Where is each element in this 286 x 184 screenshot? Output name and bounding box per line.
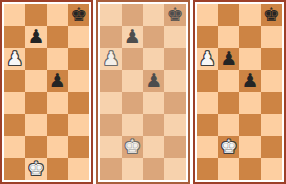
black-king: ♚: [166, 5, 183, 24]
black-pawn: ♟: [220, 49, 237, 68]
square-a8: [4, 4, 25, 26]
square-b1: [218, 158, 239, 180]
square-b7: ♟: [122, 26, 143, 48]
square-a2: [197, 136, 218, 158]
square-d7: [164, 26, 185, 48]
white-pawn: ♟: [102, 49, 119, 68]
white-king: ♚: [220, 137, 237, 156]
square-c2: [47, 136, 68, 158]
square-a5: [100, 70, 121, 92]
square-c8: [47, 4, 68, 26]
square-c6: [47, 48, 68, 70]
square-b2: ♚: [218, 136, 239, 158]
square-a5: [197, 70, 218, 92]
square-d5: [68, 70, 89, 92]
square-a2: [100, 136, 121, 158]
square-d5: [164, 70, 185, 92]
board-panel-3: ♚♟♟♟♚: [193, 0, 286, 184]
square-d6: [164, 48, 185, 70]
square-a7: [197, 26, 218, 48]
square-b1: ♚: [25, 158, 46, 180]
square-d4: [164, 92, 185, 114]
board-panel-2: ♚♟♟♟♚: [96, 0, 189, 184]
square-a4: [4, 92, 25, 114]
square-d2: [261, 136, 282, 158]
square-c6: [143, 48, 164, 70]
square-c1: [239, 158, 260, 180]
square-c5: ♟: [239, 70, 260, 92]
square-b7: ♟: [25, 26, 46, 48]
square-a6: ♟: [100, 48, 121, 70]
square-c2: [239, 136, 260, 158]
square-b6: [25, 48, 46, 70]
square-c8: [239, 4, 260, 26]
square-c2: [143, 136, 164, 158]
square-b4: [218, 92, 239, 114]
square-c4: [239, 92, 260, 114]
square-c6: [239, 48, 260, 70]
square-a3: [4, 114, 25, 136]
white-king: ♚: [27, 159, 44, 178]
white-pawn: ♟: [199, 49, 216, 68]
square-d2: [164, 136, 185, 158]
black-pawn: ♟: [124, 27, 141, 46]
square-b1: [122, 158, 143, 180]
square-c4: [47, 92, 68, 114]
square-c4: [143, 92, 164, 114]
square-b4: [25, 92, 46, 114]
square-d1: [68, 158, 89, 180]
square-b7: [218, 26, 239, 48]
square-a1: [100, 158, 121, 180]
chess-board-3: ♚♟♟♟♚: [197, 4, 282, 180]
square-b8: [25, 4, 46, 26]
black-pawn: ♟: [49, 71, 66, 90]
square-c7: [143, 26, 164, 48]
square-b8: [218, 4, 239, 26]
square-d7: [68, 26, 89, 48]
square-d6: [261, 48, 282, 70]
black-pawn: ♟: [27, 27, 44, 46]
square-a8: [197, 4, 218, 26]
square-b5: [25, 70, 46, 92]
square-b4: [122, 92, 143, 114]
square-c8: [143, 4, 164, 26]
square-d5: [261, 70, 282, 92]
square-c1: [143, 158, 164, 180]
square-a8: [100, 4, 121, 26]
square-a4: [100, 92, 121, 114]
square-c3: [239, 114, 260, 136]
square-c1: [47, 158, 68, 180]
white-pawn: ♟: [6, 49, 23, 68]
square-d3: [68, 114, 89, 136]
diagram-strip: ♚♟♟♟♚ ♚♟♟♟♚ ♚♟♟♟♚: [0, 0, 286, 184]
square-d1: [164, 158, 185, 180]
black-pawn: ♟: [241, 71, 258, 90]
square-d8: ♚: [68, 4, 89, 26]
square-d2: [68, 136, 89, 158]
square-a1: [197, 158, 218, 180]
square-c5: ♟: [143, 70, 164, 92]
square-a7: [4, 26, 25, 48]
black-king: ♚: [263, 5, 280, 24]
square-b3: [25, 114, 46, 136]
square-d4: [261, 92, 282, 114]
square-b3: [218, 114, 239, 136]
square-a2: [4, 136, 25, 158]
square-a7: [100, 26, 121, 48]
square-d3: [164, 114, 185, 136]
square-c3: [47, 114, 68, 136]
square-a6: ♟: [197, 48, 218, 70]
square-d6: [68, 48, 89, 70]
square-d4: [68, 92, 89, 114]
square-d3: [261, 114, 282, 136]
square-a3: [197, 114, 218, 136]
square-a1: [4, 158, 25, 180]
square-b5: [218, 70, 239, 92]
square-b5: [122, 70, 143, 92]
board-panel-1: ♚♟♟♟♚: [0, 0, 93, 184]
square-a5: [4, 70, 25, 92]
square-b2: ♚: [122, 136, 143, 158]
square-a6: ♟: [4, 48, 25, 70]
square-c7: [239, 26, 260, 48]
square-b6: ♟: [218, 48, 239, 70]
black-pawn: ♟: [145, 71, 162, 90]
square-d8: ♚: [261, 4, 282, 26]
square-c7: [47, 26, 68, 48]
chess-board-2: ♚♟♟♟♚: [100, 4, 185, 180]
white-king: ♚: [124, 137, 141, 156]
square-b3: [122, 114, 143, 136]
square-d7: [261, 26, 282, 48]
square-c5: ♟: [47, 70, 68, 92]
square-b8: [122, 4, 143, 26]
square-a3: [100, 114, 121, 136]
black-king: ♚: [70, 5, 87, 24]
square-b6: [122, 48, 143, 70]
square-b2: [25, 136, 46, 158]
square-a4: [197, 92, 218, 114]
square-c3: [143, 114, 164, 136]
square-d8: ♚: [164, 4, 185, 26]
chess-board-1: ♚♟♟♟♚: [4, 4, 89, 180]
square-d1: [261, 158, 282, 180]
